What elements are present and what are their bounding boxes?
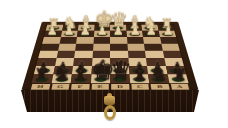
square-f5 [74,51,92,58]
piece-white-pawn: ♟ [44,25,61,37]
piece-white-pawn: ♟ [160,25,177,37]
piece-black-bishop: ♝ [71,62,91,83]
piece-black-king: ♚ [90,56,110,83]
square-e2: ♟ [93,31,110,37]
product-photo: ♜♞♝♚♛♝♞♜♟♟♟♟♟♟♟♟♟♟♟♟♟♟♟♟♜♞♝♚♛♝♞♜ HGFEDCB… [0,0,228,128]
square-d2: ♟ [110,31,127,37]
square-h5 [38,51,57,58]
piece-black-bishop: ♝ [130,62,150,83]
square-b3 [143,37,161,44]
square-e8: ♚ [90,74,110,83]
square-e4 [93,44,110,51]
piece-black-queen: ♛ [110,58,130,83]
square-h3 [42,37,60,44]
square-b2: ♟ [142,31,159,37]
square-c4 [127,44,145,51]
square-a4 [161,44,180,51]
file-label-f: F [70,84,90,90]
file-label-c: C [130,84,150,90]
square-f8: ♝ [71,74,91,83]
board-surface: ♜♞♝♚♛♝♞♜♟♟♟♟♟♟♟♟♟♟♟♟♟♟♟♟♜♞♝♚♛♝♞♜ [31,25,188,83]
piece-white-pawn: ♟ [77,25,94,37]
square-e3 [93,37,110,44]
piece-black-rook: ♜ [31,66,51,83]
file-label-d: D [110,84,130,90]
coordinate-strip: HGFEDCBA [29,83,190,90]
piece-white-pawn: ♟ [127,25,144,37]
piece-white-pawn: ♟ [143,25,160,37]
square-h4 [40,44,59,51]
square-d3 [110,37,127,44]
file-label-a: A [169,84,190,90]
square-g2: ♟ [60,31,77,37]
square-d4 [110,44,127,51]
square-b5 [145,51,164,58]
file-label-b: B [149,84,170,90]
square-g5 [56,51,75,58]
piece-white-pawn: ♟ [93,25,110,37]
square-a3 [160,37,178,44]
square-g3 [59,37,77,44]
square-h8: ♜ [31,74,52,83]
square-a8: ♜ [167,74,188,83]
piece-black-rook: ♜ [169,66,189,83]
square-a5 [162,51,181,58]
square-b8: ♞ [148,74,169,83]
brass-clasp-plate [104,96,115,105]
board-frame: ♜♞♝♚♛♝♞♜♟♟♟♟♟♟♟♟♟♟♟♟♟♟♟♟♜♞♝♚♛♝♞♜ HGFEDCB… [21,22,198,91]
brass-clasp-ring [104,105,116,120]
square-f2: ♟ [77,31,94,37]
piece-white-pawn: ♟ [60,25,77,37]
square-d8: ♛ [110,74,130,83]
square-h2: ♟ [44,31,62,37]
square-c2: ♟ [126,31,143,37]
square-g4 [58,44,76,51]
square-f4 [75,44,93,51]
file-label-h: H [30,84,51,90]
file-label-g: G [50,84,71,90]
square-a2: ♟ [158,31,176,37]
piece-white-pawn: ♟ [110,25,127,37]
piece-black-knight: ♞ [51,63,71,83]
square-c3 [127,37,144,44]
square-f3 [76,37,93,44]
file-label-e: E [90,84,110,90]
square-g8: ♞ [51,74,72,83]
piece-black-knight: ♞ [149,63,169,83]
square-c8: ♝ [129,74,149,83]
square-b4 [144,44,162,51]
